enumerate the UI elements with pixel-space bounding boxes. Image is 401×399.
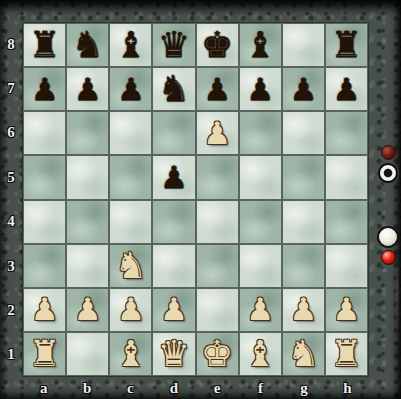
- square-e6[interactable]: ♟: [197, 112, 238, 154]
- square-b8[interactable]: ♞: [67, 24, 108, 66]
- square-c4[interactable]: [110, 201, 151, 243]
- piece-black-pawn[interactable]: ♟: [203, 74, 231, 105]
- rank-label-2: 2: [7, 302, 15, 319]
- piece-black-king[interactable]: ♚: [201, 27, 233, 63]
- piece-black-knight[interactable]: ♞: [158, 71, 190, 107]
- piece-black-pawn[interactable]: ♟: [160, 162, 188, 193]
- rank-label-1: 1: [7, 346, 15, 363]
- file-label-h: h: [343, 380, 351, 397]
- square-g8[interactable]: [283, 24, 324, 66]
- square-e8[interactable]: ♚: [197, 24, 238, 66]
- file-labels: abcdefgh: [22, 377, 369, 399]
- square-b2[interactable]: ♟: [67, 289, 108, 331]
- square-e4[interactable]: [197, 201, 238, 243]
- square-d8[interactable]: ♛: [153, 24, 194, 66]
- square-e3[interactable]: [197, 245, 238, 287]
- square-b6[interactable]: [67, 112, 108, 154]
- square-e5[interactable]: [197, 156, 238, 198]
- square-c3[interactable]: ♞: [110, 245, 151, 287]
- black-turn-lamp: [381, 145, 396, 160]
- square-f6[interactable]: [240, 112, 281, 154]
- square-d5[interactable]: ♟: [153, 156, 194, 198]
- square-f1[interactable]: ♝: [240, 333, 281, 375]
- square-a3[interactable]: [24, 245, 65, 287]
- piece-white-rook[interactable]: ♜: [28, 336, 60, 372]
- file-label-a: a: [40, 380, 48, 397]
- square-c7[interactable]: ♟: [110, 68, 151, 110]
- file-label-e: e: [214, 380, 221, 397]
- square-h6[interactable]: [326, 112, 367, 154]
- piece-white-queen[interactable]: ♛: [158, 336, 190, 372]
- square-d1[interactable]: ♛: [153, 333, 194, 375]
- square-c2[interactable]: ♟: [110, 289, 151, 331]
- file-label-c: c: [127, 380, 134, 397]
- square-b4[interactable]: [67, 201, 108, 243]
- square-a4[interactable]: [24, 201, 65, 243]
- square-b7[interactable]: ♟: [67, 68, 108, 110]
- square-e2[interactable]: [197, 289, 238, 331]
- piece-black-bishop[interactable]: ♝: [115, 27, 147, 63]
- square-f2[interactable]: ♟: [240, 289, 281, 331]
- square-f4[interactable]: [240, 201, 281, 243]
- piece-white-bishop[interactable]: ♝: [244, 336, 276, 372]
- rank-label-7: 7: [7, 80, 15, 97]
- piece-black-pawn[interactable]: ♟: [117, 74, 145, 105]
- piece-black-pawn[interactable]: ♟: [246, 74, 274, 105]
- rank-labels: 87654321: [0, 22, 22, 377]
- rank-label-6: 6: [7, 124, 15, 141]
- square-a7[interactable]: ♟: [24, 68, 65, 110]
- piece-white-pawn[interactable]: ♟: [203, 118, 231, 149]
- piece-black-pawn[interactable]: ♟: [289, 74, 317, 105]
- square-c5[interactable]: [110, 156, 151, 198]
- chess-board[interactable]: ♜♞♝♛♚♝♜♟♟♟♞♟♟♟♟♟♟♞♟♟♟♟♟♟♟♜♝♛♚♝♞♜: [22, 22, 369, 377]
- piece-black-pawn[interactable]: ♟: [31, 74, 59, 105]
- square-e1[interactable]: ♚: [197, 333, 238, 375]
- square-f8[interactable]: ♝: [240, 24, 281, 66]
- square-h2[interactable]: ♟: [326, 289, 367, 331]
- square-a1[interactable]: ♜: [24, 333, 65, 375]
- square-g3[interactable]: [283, 245, 324, 287]
- rank-label-5: 5: [7, 169, 15, 186]
- rank-label-8: 8: [7, 36, 15, 53]
- rank-label-4: 4: [7, 213, 15, 230]
- square-e7[interactable]: ♟: [197, 68, 238, 110]
- piece-white-rook[interactable]: ♜: [330, 336, 362, 372]
- piece-white-pawn[interactable]: ♟: [74, 294, 102, 325]
- square-c6[interactable]: [110, 112, 151, 154]
- file-label-f: f: [258, 380, 263, 397]
- square-b5[interactable]: [67, 156, 108, 198]
- square-d4[interactable]: [153, 201, 194, 243]
- square-a6[interactable]: [24, 112, 65, 154]
- piece-white-king[interactable]: ♚: [201, 336, 233, 372]
- square-b1[interactable]: [67, 333, 108, 375]
- black-player-token: [377, 162, 399, 184]
- square-a2[interactable]: ♟: [24, 289, 65, 331]
- square-h5[interactable]: [326, 156, 367, 198]
- square-h4[interactable]: [326, 201, 367, 243]
- granite-streak-decoration: [396, 262, 399, 342]
- piece-black-rook[interactable]: ♜: [330, 27, 362, 63]
- piece-black-queen[interactable]: ♛: [158, 27, 190, 63]
- piece-white-pawn[interactable]: ♟: [117, 294, 145, 325]
- square-f3[interactable]: [240, 245, 281, 287]
- square-g1[interactable]: ♞: [283, 333, 324, 375]
- square-f7[interactable]: ♟: [240, 68, 281, 110]
- square-g7[interactable]: ♟: [283, 68, 324, 110]
- square-h3[interactable]: [326, 245, 367, 287]
- white-player-token: [377, 226, 399, 248]
- rank-label-3: 3: [7, 258, 15, 275]
- square-h1[interactable]: ♜: [326, 333, 367, 375]
- square-b3[interactable]: [67, 245, 108, 287]
- square-g6[interactable]: [283, 112, 324, 154]
- piece-black-knight[interactable]: ♞: [72, 27, 104, 63]
- square-d6[interactable]: [153, 112, 194, 154]
- square-h8[interactable]: ♜: [326, 24, 367, 66]
- square-a8[interactable]: ♜: [24, 24, 65, 66]
- piece-white-bishop[interactable]: ♝: [115, 336, 147, 372]
- piece-black-rook[interactable]: ♜: [28, 27, 60, 63]
- square-a5[interactable]: [24, 156, 65, 198]
- square-f5[interactable]: [240, 156, 281, 198]
- chess-app-window: ♜♞♝♛♚♝♜♟♟♟♞♟♟♟♟♟♟♞♟♟♟♟♟♟♟♜♝♛♚♝♞♜ 8765432…: [0, 0, 401, 399]
- file-label-d: d: [170, 380, 178, 397]
- piece-white-pawn[interactable]: ♟: [31, 294, 59, 325]
- square-d2[interactable]: ♟: [153, 289, 194, 331]
- piece-black-bishop[interactable]: ♝: [244, 27, 276, 63]
- piece-white-pawn[interactable]: ♟: [333, 294, 361, 325]
- square-h7[interactable]: ♟: [326, 68, 367, 110]
- piece-black-pawn[interactable]: ♟: [333, 74, 361, 105]
- file-label-g: g: [300, 380, 308, 397]
- piece-black-pawn[interactable]: ♟: [74, 74, 102, 105]
- piece-white-pawn[interactable]: ♟: [289, 294, 317, 325]
- file-label-b: b: [83, 380, 91, 397]
- square-d7[interactable]: ♞: [153, 68, 194, 110]
- square-d3[interactable]: [153, 245, 194, 287]
- square-g2[interactable]: ♟: [283, 289, 324, 331]
- square-g4[interactable]: [283, 201, 324, 243]
- square-g5[interactable]: [283, 156, 324, 198]
- piece-white-pawn[interactable]: ♟: [160, 294, 188, 325]
- piece-white-knight[interactable]: ♞: [115, 248, 147, 284]
- white-turn-lamp: [381, 250, 396, 265]
- piece-white-pawn[interactable]: ♟: [246, 294, 274, 325]
- piece-white-knight[interactable]: ♞: [287, 336, 319, 372]
- square-c1[interactable]: ♝: [110, 333, 151, 375]
- square-c8[interactable]: ♝: [110, 24, 151, 66]
